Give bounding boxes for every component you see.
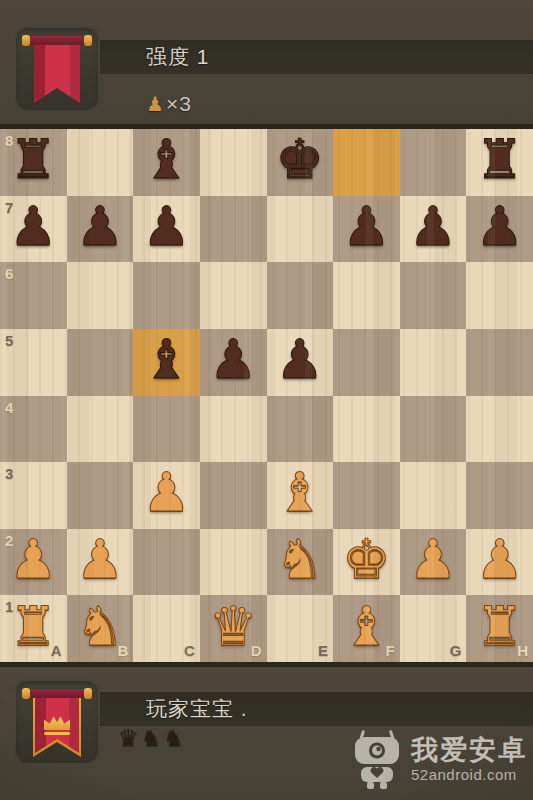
rank-label-5: 5 (5, 333, 13, 348)
black-pawn-b7[interactable]: ♟ (67, 196, 134, 263)
file-label-c: C (184, 643, 195, 658)
black-pawn-f7[interactable]: ♟ (333, 196, 400, 263)
bottom-player-avatar[interactable] (14, 679, 100, 765)
watermark-url: 52android.com (411, 766, 527, 783)
white-rook-a1[interactable]: ♜ (0, 595, 67, 662)
top-player-name: 强度 1 (100, 43, 210, 71)
white-knight-b1[interactable]: ♞ (67, 595, 134, 662)
white-pawn-b2[interactable]: ♟ (67, 529, 134, 596)
captured-black-knight-icon: ♞ (141, 727, 162, 750)
square-a2[interactable]: 2♟ (0, 529, 67, 596)
white-king-f2[interactable]: ♚ (333, 529, 400, 596)
rank-label-6: 6 (5, 266, 13, 281)
top-player-captured-tray: ♟ ×3 (146, 92, 192, 116)
black-king-e8[interactable]: ♚ (267, 129, 334, 196)
square-h5[interactable] (466, 329, 533, 396)
square-d6[interactable] (200, 262, 267, 329)
square-g5[interactable] (400, 329, 467, 396)
captured-white-pawn-icon: ♟ (146, 94, 164, 114)
square-a7[interactable]: 7♟ (0, 196, 67, 263)
square-d5[interactable]: ♟ (200, 329, 267, 396)
file-label-g: G (450, 643, 462, 658)
square-c1[interactable]: C (133, 595, 200, 662)
black-rook-a8[interactable]: ♜ (0, 129, 67, 196)
file-label-e: E (318, 643, 328, 658)
white-queen-d1[interactable]: ♛ (200, 595, 267, 662)
captured-count: ×3 (166, 92, 192, 116)
square-e1[interactable]: E (267, 595, 334, 662)
square-g7[interactable]: ♟ (400, 196, 467, 263)
square-g3[interactable] (400, 462, 467, 529)
square-d4[interactable] (200, 396, 267, 463)
chess-board: 8♜♝♚♜7♟♟♟♟♟♟65♝♟♟43♟♝2♟♟♞♚♟♟1A♜B♞CD♛EF♝G… (0, 129, 533, 662)
square-b4[interactable] (67, 396, 134, 463)
top-player-name-strip: 强度 1 (100, 40, 533, 74)
black-bishop-c5[interactable]: ♝ (133, 329, 200, 396)
square-e6[interactable] (267, 262, 334, 329)
captured-black-knight-icon: ♞ (163, 727, 184, 750)
square-a5[interactable]: 5 (0, 329, 67, 396)
square-c5[interactable]: ♝ (133, 329, 200, 396)
square-f2[interactable]: ♚ (333, 529, 400, 596)
square-g1[interactable]: G (400, 595, 467, 662)
square-d8[interactable] (200, 129, 267, 196)
square-c4[interactable] (133, 396, 200, 463)
white-pawn-g2[interactable]: ♟ (400, 529, 467, 596)
square-b5[interactable] (67, 329, 134, 396)
ribbon-banner-icon (24, 36, 90, 102)
square-e5[interactable]: ♟ (267, 329, 334, 396)
black-pawn-g7[interactable]: ♟ (400, 196, 467, 263)
square-e2[interactable]: ♞ (267, 529, 334, 596)
square-d3[interactable] (200, 462, 267, 529)
square-d7[interactable] (200, 196, 267, 263)
black-pawn-c7[interactable]: ♟ (133, 196, 200, 263)
rank-label-3: 3 (5, 466, 13, 481)
square-g8[interactable] (400, 129, 467, 196)
square-b6[interactable] (67, 262, 134, 329)
square-c7[interactable]: ♟ (133, 196, 200, 263)
square-e7[interactable] (267, 196, 334, 263)
white-pawn-a2[interactable]: ♟ (0, 529, 67, 596)
black-bishop-c8[interactable]: ♝ (133, 129, 200, 196)
square-c3[interactable]: ♟ (133, 462, 200, 529)
captured-black-queen-icon: ♛ (118, 727, 139, 750)
square-h6[interactable] (466, 262, 533, 329)
square-b2[interactable]: ♟ (67, 529, 134, 596)
square-f8[interactable] (333, 129, 400, 196)
square-e8[interactable]: ♚ (267, 129, 334, 196)
watermark-title: 我爱安卓 (411, 735, 527, 766)
square-f7[interactable]: ♟ (333, 196, 400, 263)
square-e4[interactable] (267, 396, 334, 463)
square-g2[interactable]: ♟ (400, 529, 467, 596)
black-pawn-h7[interactable]: ♟ (466, 196, 533, 263)
white-pawn-h2[interactable]: ♟ (466, 529, 533, 596)
square-h2[interactable]: ♟ (466, 529, 533, 596)
square-h3[interactable] (466, 462, 533, 529)
white-pawn-c3[interactable]: ♟ (133, 462, 200, 529)
square-b8[interactable] (67, 129, 134, 196)
square-c8[interactable]: ♝ (133, 129, 200, 196)
square-f4[interactable] (333, 396, 400, 463)
black-rook-h8[interactable]: ♜ (466, 129, 533, 196)
top-player-avatar[interactable] (14, 26, 100, 112)
robot-mascot-icon (351, 728, 403, 790)
square-a6[interactable]: 6 (0, 262, 67, 329)
square-f1[interactable]: F♝ (333, 595, 400, 662)
square-d1[interactable]: D♛ (200, 595, 267, 662)
ribbon-crown-banner-icon (24, 689, 90, 755)
bottom-player-name: 玩家宝宝 . (100, 695, 248, 723)
square-a8[interactable]: 8♜ (0, 129, 67, 196)
white-bishop-f1[interactable]: ♝ (333, 595, 400, 662)
square-b7[interactable]: ♟ (67, 196, 134, 263)
black-pawn-d5[interactable]: ♟ (200, 329, 267, 396)
black-pawn-e5[interactable]: ♟ (267, 329, 334, 396)
square-b3[interactable] (67, 462, 134, 529)
square-c6[interactable] (133, 262, 200, 329)
square-f3[interactable] (333, 462, 400, 529)
board-frame: 8♜♝♚♜7♟♟♟♟♟♟65♝♟♟43♟♝2♟♟♞♚♟♟1A♜B♞CD♛EF♝G… (0, 124, 533, 667)
watermark: 我爱安卓 52android.com (351, 728, 527, 790)
square-c2[interactable] (133, 529, 200, 596)
rank-label-4: 4 (5, 400, 13, 415)
black-pawn-a7[interactable]: ♟ (0, 196, 67, 263)
square-a1[interactable]: 1A♜ (0, 595, 67, 662)
square-a3[interactable]: 3 (0, 462, 67, 529)
square-d2[interactable] (200, 529, 267, 596)
square-b1[interactable]: B♞ (67, 595, 134, 662)
bottom-player-bar: 玩家宝宝 . ♛♞♞ 我爱安卓 52 (0, 667, 533, 800)
square-e3[interactable]: ♝ (267, 462, 334, 529)
white-rook-h1[interactable]: ♜ (466, 595, 533, 662)
square-h8[interactable]: ♜ (466, 129, 533, 196)
white-knight-e2[interactable]: ♞ (267, 529, 334, 596)
square-g4[interactable] (400, 396, 467, 463)
square-a4[interactable]: 4 (0, 396, 67, 463)
square-h7[interactable]: ♟ (466, 196, 533, 263)
square-h1[interactable]: H♜ (466, 595, 533, 662)
white-bishop-e3[interactable]: ♝ (267, 462, 334, 529)
bottom-player-name-strip: 玩家宝宝 . (100, 692, 533, 726)
square-g6[interactable] (400, 262, 467, 329)
bottom-player-captured-tray: ♛♞♞ (118, 727, 184, 750)
top-player-bar: 强度 1 ♟ ×3 (0, 0, 533, 124)
square-f5[interactable] (333, 329, 400, 396)
square-h4[interactable] (466, 396, 533, 463)
square-f6[interactable] (333, 262, 400, 329)
